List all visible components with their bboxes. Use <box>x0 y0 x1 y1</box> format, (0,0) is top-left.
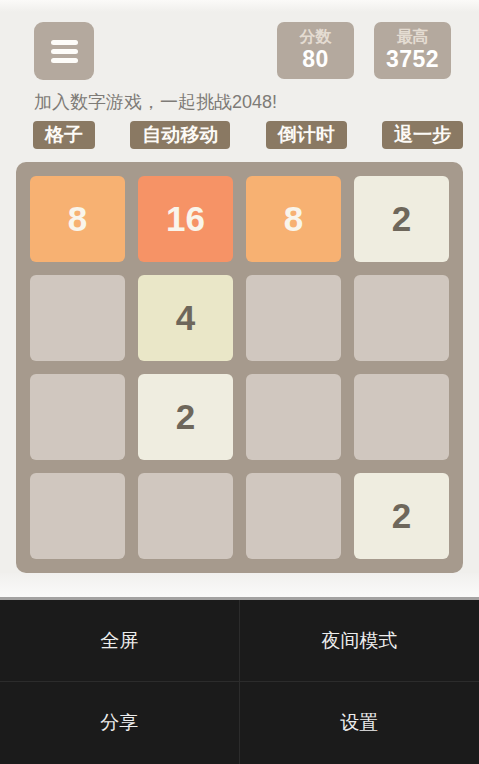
tile-16-r1c2: 16 <box>138 176 233 262</box>
tagline: 加入数字游戏，一起挑战2048! <box>34 90 277 114</box>
menu-item-share[interactable]: 分享 <box>0 682 240 764</box>
top-highlight <box>0 0 479 12</box>
empty-cell-r2c1 <box>30 275 125 361</box>
tile-2-r4c4: 2 <box>354 473 449 559</box>
score-value: 80 <box>302 46 329 72</box>
score-label: 分数 <box>300 28 332 46</box>
empty-cell-r3c1 <box>30 374 125 460</box>
best-label: 最高 <box>397 28 429 46</box>
game-board[interactable]: 81682422 <box>16 162 463 573</box>
empty-cell-r4c3 <box>246 473 341 559</box>
toolbar-button-countdown[interactable]: 倒计时 <box>266 121 347 149</box>
tile-8-r1c3: 8 <box>246 176 341 262</box>
toolbar-button-grid[interactable]: 格子 <box>33 121 95 149</box>
toolbar-button-auto-move[interactable]: 自动移动 <box>130 121 230 149</box>
best-value: 3752 <box>386 46 439 72</box>
toolbar: 格子自动移动倒计时退一步 <box>33 121 463 149</box>
toolbar-button-undo[interactable]: 退一步 <box>382 121 463 149</box>
pre-footer-strip <box>0 573 479 597</box>
menu-button[interactable] <box>34 22 94 80</box>
tile-4-r2c2: 4 <box>138 275 233 361</box>
empty-cell-r3c3 <box>246 374 341 460</box>
menu-item-settings[interactable]: 设置 <box>240 682 479 764</box>
tile-2-r1c4: 2 <box>354 176 449 262</box>
empty-cell-r4c2 <box>138 473 233 559</box>
empty-cell-r2c4 <box>354 275 449 361</box>
tile-8-r1c1: 8 <box>30 176 125 262</box>
best-score-box: 最高 3752 <box>374 22 451 79</box>
menu-item-night-mode[interactable]: 夜间模式 <box>240 600 479 682</box>
empty-cell-r3c4 <box>354 374 449 460</box>
empty-cell-r4c1 <box>30 473 125 559</box>
empty-cell-r2c3 <box>246 275 341 361</box>
score-box: 分数 80 <box>277 22 354 79</box>
bottom-menu: 全屏夜间模式分享设置 <box>0 600 479 764</box>
tile-2-r3c2: 2 <box>138 374 233 460</box>
menu-item-fullscreen[interactable]: 全屏 <box>0 600 240 682</box>
